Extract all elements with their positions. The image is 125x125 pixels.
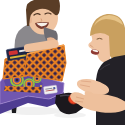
playfield-dot [40, 85, 42, 87]
target-center [28, 83, 31, 86]
photo-two-kids-playing-tabletop-game [0, 0, 125, 125]
base-label-sticker [44, 85, 58, 94]
target-center [16, 79, 19, 82]
label-logo-mark [53, 87, 55, 89]
label-sticker-face [44, 85, 58, 94]
target-center [36, 78, 38, 80]
scene-illustration [0, 0, 125, 125]
